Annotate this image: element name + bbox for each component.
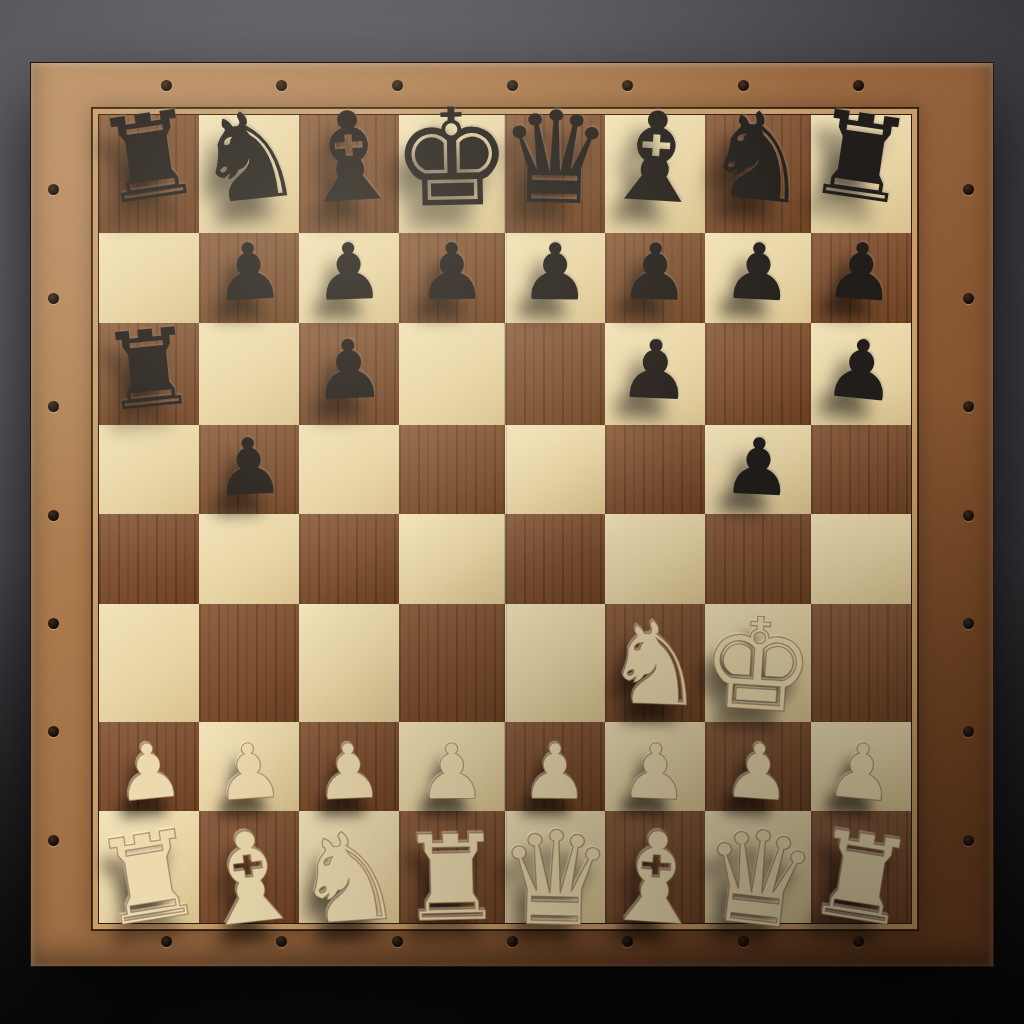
square-r7c1[interactable]: ♟ <box>99 722 199 812</box>
piece-black-pawn[interactable]: ♟ <box>721 231 795 313</box>
square-r7c6[interactable]: ♟ <box>605 722 705 812</box>
piece-black-pawn[interactable]: ♟ <box>821 326 901 414</box>
frame-hole <box>963 835 974 846</box>
board-frame: ♜♞♝♚♛♝♞♜♟♟♟♟♟♟♟♜♟♟♟♟♟♞♚♟♟♟♟♟♟♟♟♜♝♞♜♛♝♛♜ <box>30 62 994 967</box>
square-r3c5[interactable] <box>505 323 605 425</box>
frame-hole <box>963 510 974 521</box>
square-r7c2[interactable]: ♟ <box>199 722 299 812</box>
square-r1c8[interactable]: ♜ <box>811 115 911 233</box>
square-r5c4[interactable] <box>399 514 505 604</box>
square-r5c8[interactable] <box>811 514 911 604</box>
square-r2c8[interactable]: ♟ <box>811 233 911 323</box>
square-r6c8[interactable] <box>811 604 911 722</box>
piece-black-pawn[interactable]: ♟ <box>617 327 693 411</box>
square-r2c2[interactable]: ♟ <box>199 233 299 323</box>
piece-white-pawn[interactable]: ♟ <box>111 731 187 814</box>
square-r5c2[interactable] <box>199 514 299 604</box>
frame-hole <box>963 726 974 737</box>
square-r6c2[interactable] <box>199 604 299 722</box>
square-r8c3[interactable]: ♞ <box>299 811 399 923</box>
frame-hole <box>48 401 59 412</box>
piece-white-rook[interactable]: ♜ <box>799 812 922 946</box>
square-r1c6[interactable]: ♝ <box>605 115 705 233</box>
square-r3c2[interactable] <box>199 323 299 425</box>
square-r8c7[interactable]: ♛ <box>705 811 811 923</box>
square-r2c3[interactable]: ♟ <box>299 233 399 323</box>
square-r1c3[interactable]: ♝ <box>299 115 399 233</box>
piece-black-king[interactable]: ♚ <box>390 89 513 226</box>
frame-hole <box>48 184 59 195</box>
frame-hole <box>963 293 974 304</box>
square-r1c4[interactable]: ♚ <box>399 115 505 233</box>
square-r8c1[interactable]: ♜ <box>99 811 199 923</box>
square-r3c6[interactable]: ♟ <box>605 323 705 425</box>
square-r5c5[interactable] <box>505 514 605 604</box>
square-r2c7[interactable]: ♟ <box>705 233 811 323</box>
piece-black-pawn[interactable]: ♟ <box>520 232 591 311</box>
piece-black-pawn[interactable]: ♟ <box>311 327 387 411</box>
square-r8c4[interactable]: ♜ <box>399 811 505 923</box>
square-r6c5[interactable] <box>505 604 605 722</box>
square-r6c3[interactable] <box>299 604 399 722</box>
square-r6c6[interactable]: ♞ <box>605 604 705 722</box>
square-r4c3[interactable] <box>299 425 399 515</box>
piece-black-rook[interactable]: ♜ <box>96 312 201 427</box>
frame-hole <box>963 184 974 195</box>
frame-hole <box>48 510 59 521</box>
piece-white-rook[interactable]: ♜ <box>398 819 507 940</box>
frame-hole <box>963 618 974 629</box>
piece-black-pawn[interactable]: ♟ <box>212 426 286 508</box>
square-r1c7[interactable]: ♞ <box>705 115 811 233</box>
frame-hole <box>48 618 59 629</box>
piece-white-pawn[interactable]: ♟ <box>520 734 590 811</box>
square-r3c7[interactable] <box>705 323 811 425</box>
piece-black-pawn[interactable]: ♟ <box>619 232 691 312</box>
board-border: ♜♞♝♚♛♝♞♜♟♟♟♟♟♟♟♜♟♟♟♟♟♞♚♟♟♟♟♟♟♟♟♜♝♞♜♛♝♛♜ <box>91 107 919 931</box>
piece-black-bishop[interactable]: ♝ <box>596 93 714 223</box>
piece-black-pawn[interactable]: ♟ <box>721 426 795 508</box>
square-r7c4[interactable]: ♟ <box>399 722 505 812</box>
piece-white-pawn[interactable]: ♟ <box>212 732 286 813</box>
piece-black-pawn[interactable]: ♟ <box>212 231 286 313</box>
square-r7c8[interactable]: ♟ <box>811 722 911 812</box>
piece-black-rook[interactable]: ♜ <box>801 93 921 223</box>
piece-white-knight[interactable]: ♞ <box>290 814 408 944</box>
square-r4c7[interactable]: ♟ <box>705 425 811 515</box>
square-r1c5[interactable]: ♛ <box>505 115 605 233</box>
square-r8c6[interactable]: ♝ <box>605 811 705 923</box>
piece-black-pawn[interactable]: ♟ <box>313 232 385 312</box>
square-r4c1[interactable] <box>99 425 199 515</box>
piece-white-king[interactable]: ♚ <box>697 597 819 731</box>
square-r3c4[interactable] <box>399 323 505 425</box>
square-r4c2[interactable]: ♟ <box>199 425 299 515</box>
photo-background: ♜♞♝♚♛♝♞♜♟♟♟♟♟♟♟♜♟♟♟♟♟♞♚♟♟♟♟♟♟♟♟♜♝♞♜♛♝♛♜ <box>0 0 1024 1024</box>
piece-white-knight[interactable]: ♞ <box>602 605 709 723</box>
square-r5c1[interactable] <box>99 514 199 604</box>
piece-black-pawn[interactable]: ♟ <box>417 232 488 311</box>
square-r7c5[interactable]: ♟ <box>505 722 605 812</box>
square-r8c2[interactable]: ♝ <box>199 811 299 923</box>
square-r8c8[interactable]: ♜ <box>811 811 911 923</box>
square-r8c5[interactable]: ♛ <box>505 811 605 923</box>
square-r3c8[interactable]: ♟ <box>811 323 911 425</box>
square-r7c3[interactable]: ♟ <box>299 722 399 812</box>
square-r1c2[interactable]: ♞ <box>199 115 299 233</box>
square-r5c6[interactable] <box>605 514 705 604</box>
chess-board: ♜♞♝♚♛♝♞♜♟♟♟♟♟♟♟♜♟♟♟♟♟♞♚♟♟♟♟♟♟♟♟♜♝♞♜♛♝♛♜ <box>98 114 912 924</box>
piece-white-pawn[interactable]: ♟ <box>619 733 691 812</box>
piece-black-queen[interactable]: ♛ <box>496 93 613 223</box>
frame-hole <box>963 401 974 412</box>
square-r6c7[interactable]: ♚ <box>705 604 811 722</box>
square-r2c5[interactable]: ♟ <box>505 233 605 323</box>
square-r5c3[interactable] <box>299 514 399 604</box>
frame-hole <box>48 835 59 846</box>
square-r4c6[interactable] <box>605 425 705 515</box>
square-r1c1[interactable]: ♜ <box>99 115 199 233</box>
square-r4c5[interactable] <box>505 425 605 515</box>
piece-white-pawn[interactable]: ♟ <box>313 733 385 812</box>
square-r2c4[interactable]: ♟ <box>399 233 505 323</box>
piece-white-pawn[interactable]: ♟ <box>823 731 899 814</box>
square-r4c8[interactable] <box>811 425 911 515</box>
frame-hole <box>48 726 59 737</box>
square-r6c1[interactable] <box>99 604 199 722</box>
square-r2c6[interactable]: ♟ <box>605 233 705 323</box>
square-r3c1[interactable]: ♜ <box>99 323 199 425</box>
piece-black-pawn[interactable]: ♟ <box>823 230 898 313</box>
piece-white-pawn[interactable]: ♟ <box>417 734 487 811</box>
square-r3c3[interactable]: ♟ <box>299 323 399 425</box>
square-r4c4[interactable] <box>399 425 505 515</box>
square-r6c4[interactable] <box>399 604 505 722</box>
frame-hole <box>48 293 59 304</box>
